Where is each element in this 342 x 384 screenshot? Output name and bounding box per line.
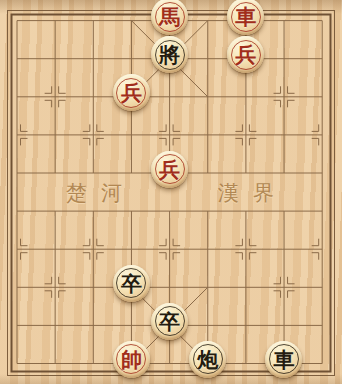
piece-black-soldier[interactable]: 卒 (113, 265, 150, 302)
intersection-f1-r9[interactable] (36, 344, 74, 382)
intersection-f2-r7[interactable] (74, 268, 112, 306)
piece-character: 馬 (159, 6, 180, 27)
intersection-f0-r0[interactable] (0, 2, 36, 40)
piece-character: 炮 (197, 348, 218, 369)
intersection-f2-r1[interactable] (74, 40, 112, 78)
intersection-f4-r3[interactable] (150, 116, 188, 154)
piece-black-general[interactable]: 將 (151, 36, 188, 73)
intersection-f1-r8[interactable] (36, 306, 74, 344)
piece-red-soldier[interactable]: 兵 (151, 151, 188, 188)
intersection-f8-r2[interactable] (303, 78, 341, 116)
intersection-f8-r9[interactable] (303, 344, 341, 382)
intersection-f5-r0[interactable] (189, 2, 227, 40)
intersection-f4-r6[interactable] (150, 230, 188, 268)
intersection-f5-r1[interactable] (189, 40, 227, 78)
intersection-f7-r1[interactable] (265, 40, 303, 78)
piece-character: 兵 (235, 44, 256, 65)
intersection-f5-r9[interactable]: 炮 (189, 344, 227, 382)
intersection-f5-r2[interactable] (189, 78, 227, 116)
intersection-f2-r8[interactable] (74, 306, 112, 344)
intersection-f1-r1[interactable] (36, 40, 74, 78)
intersection-f0-r3[interactable] (0, 116, 36, 154)
intersection-f8-r0[interactable] (303, 2, 341, 40)
intersection-f1-r3[interactable] (36, 116, 74, 154)
intersection-f7-r9[interactable]: 車 (265, 344, 303, 382)
piece-character: 卒 (159, 310, 180, 331)
intersection-f4-r7[interactable] (150, 268, 188, 306)
intersection-f6-r7[interactable] (227, 268, 265, 306)
intersection-f4-r1[interactable]: 將 (150, 40, 188, 78)
intersection-f7-r6[interactable] (265, 230, 303, 268)
intersection-f5-r3[interactable] (189, 116, 227, 154)
intersection-f0-r8[interactable] (0, 306, 36, 344)
piece-character: 兵 (121, 82, 142, 103)
intersection-f8-r3[interactable] (303, 116, 341, 154)
intersection-f6-r6[interactable] (227, 230, 265, 268)
intersection-f2-r6[interactable] (74, 230, 112, 268)
piece-character: 卒 (121, 272, 142, 293)
intersection-f5-r8[interactable] (189, 306, 227, 344)
piece-red-horse[interactable]: 馬 (151, 0, 188, 35)
xiangqi-app-window: 楚河 漢界 馬車將兵兵兵卒卒帥炮車 (0, 0, 342, 384)
intersection-f7-r8[interactable] (265, 306, 303, 344)
intersection-f8-r7[interactable] (303, 268, 341, 306)
intersection-f7-r0[interactable] (265, 2, 303, 40)
intersection-f2-r9[interactable] (74, 344, 112, 382)
piece-character: 車 (273, 348, 294, 369)
intersection-f5-r6[interactable] (189, 230, 227, 268)
intersection-f1-r7[interactable] (36, 268, 74, 306)
intersection-f3-r1[interactable] (112, 40, 150, 78)
intersection-f0-r5[interactable] (0, 192, 36, 230)
intersection-f0-r4[interactable] (0, 154, 36, 192)
piece-red-chariot[interactable]: 車 (227, 0, 264, 35)
intersection-f0-r2[interactable] (0, 78, 36, 116)
piece-red-general[interactable]: 帥 (113, 341, 150, 378)
piece-red-soldier[interactable]: 兵 (227, 36, 264, 73)
intersection-f0-r7[interactable] (0, 268, 36, 306)
intersection-f3-r2[interactable]: 兵 (112, 78, 150, 116)
intersection-f7-r3[interactable] (265, 116, 303, 154)
intersection-f2-r2[interactable] (74, 78, 112, 116)
intersection-f6-r9[interactable] (227, 344, 265, 382)
intersection-f8-r4[interactable] (303, 154, 341, 192)
river-label-left: 楚河 (52, 179, 136, 207)
intersection-f2-r0[interactable] (74, 2, 112, 40)
river-label-right: 漢界 (204, 179, 288, 207)
piece-character: 將 (159, 44, 180, 65)
intersection-f0-r1[interactable] (0, 40, 36, 78)
intersection-f4-r8[interactable]: 卒 (150, 306, 188, 344)
intersection-f3-r6[interactable] (112, 230, 150, 268)
intersection-f4-r9[interactable] (150, 344, 188, 382)
piece-red-soldier[interactable]: 兵 (113, 74, 150, 111)
intersection-f1-r2[interactable] (36, 78, 74, 116)
intersection-f6-r2[interactable] (227, 78, 265, 116)
intersection-f6-r8[interactable] (227, 306, 265, 344)
piece-character: 車 (235, 6, 256, 27)
intersection-f4-r0[interactable]: 馬 (150, 2, 188, 40)
intersection-f6-r1[interactable]: 兵 (227, 40, 265, 78)
intersection-f8-r1[interactable] (303, 40, 341, 78)
intersection-f8-r5[interactable] (303, 192, 341, 230)
intersection-f3-r0[interactable] (112, 2, 150, 40)
intersection-f7-r7[interactable] (265, 268, 303, 306)
intersection-f6-r0[interactable]: 車 (227, 2, 265, 40)
intersection-f6-r3[interactable] (227, 116, 265, 154)
piece-black-chariot[interactable]: 車 (265, 341, 302, 378)
intersection-f4-r2[interactable] (150, 78, 188, 116)
intersection-f3-r3[interactable] (112, 116, 150, 154)
intersection-f3-r9[interactable]: 帥 (112, 344, 150, 382)
intersection-f5-r7[interactable] (189, 268, 227, 306)
intersection-f1-r0[interactable] (36, 2, 74, 40)
intersection-f7-r2[interactable] (265, 78, 303, 116)
intersection-f0-r6[interactable] (0, 230, 36, 268)
piece-character: 帥 (121, 348, 142, 369)
intersection-f8-r6[interactable] (303, 230, 341, 268)
intersection-f4-r4[interactable]: 兵 (150, 154, 188, 192)
intersection-f3-r7[interactable]: 卒 (112, 268, 150, 306)
intersection-f2-r3[interactable] (74, 116, 112, 154)
intersection-f1-r6[interactable] (36, 230, 74, 268)
piece-character: 兵 (159, 158, 180, 179)
piece-black-cannon[interactable]: 炮 (189, 341, 226, 378)
intersection-f0-r9[interactable] (0, 344, 36, 382)
piece-black-soldier[interactable]: 卒 (151, 303, 188, 340)
intersection-f8-r8[interactable] (303, 306, 341, 344)
intersection-f3-r8[interactable] (112, 306, 150, 344)
intersection-f4-r5[interactable] (150, 192, 188, 230)
